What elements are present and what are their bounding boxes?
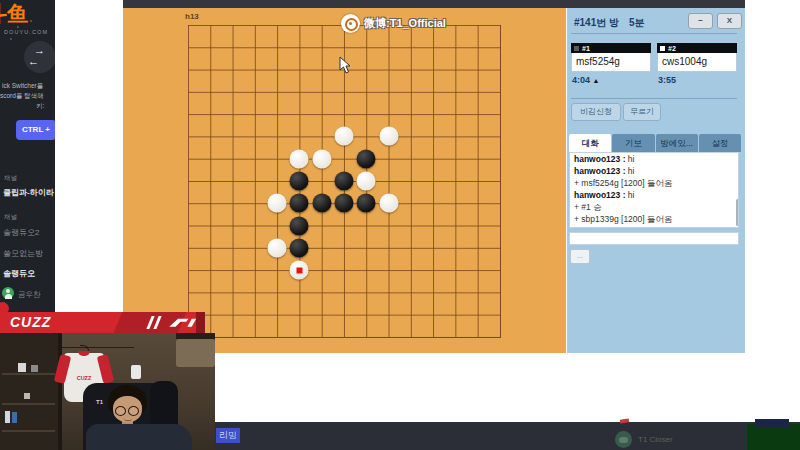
wall-thermostat — [131, 365, 141, 379]
white-stone — [357, 172, 376, 191]
divider — [571, 98, 737, 99]
watermark-text: 微博:T1_Official — [364, 16, 446, 31]
black-stone — [290, 172, 309, 191]
room-time-setting: 5분 — [629, 16, 645, 30]
white-stone — [335, 127, 354, 146]
white-stone — [379, 194, 398, 213]
black-stone — [290, 216, 309, 235]
black-stone — [335, 172, 354, 191]
tab-room-members[interactable]: 방에있... — [656, 134, 698, 152]
divider — [571, 33, 737, 34]
switcher-tip-line1: ick Switcher를 — [2, 82, 43, 91]
chat-scrollbar[interactable] — [736, 199, 739, 226]
webcam-feed: CUZZ T1 — [0, 333, 215, 450]
douyu-logo-subtext: DOUYU.COM — [4, 29, 48, 35]
decor-dot — [17, 26, 19, 28]
white-stone — [379, 127, 398, 146]
white-stone — [268, 194, 287, 213]
channel-section-label: 채널 — [4, 213, 17, 222]
t1-logo-icon — [168, 316, 198, 330]
channel-section-label: 채널 — [4, 174, 17, 183]
player2-clock: 3:55 — [658, 75, 676, 85]
white-stone — [312, 149, 331, 168]
switcher-tip-line2: scord를 탐색해 — [0, 92, 44, 101]
chair-logo: T1 — [96, 399, 103, 405]
taskbar: 리밍 T1 Closer — [215, 422, 800, 450]
white-stone — [290, 149, 309, 168]
more-button[interactable]: ... — [570, 249, 590, 264]
game-room-panel: #141번 방 5분 − X #1 msf5254g #2 cws1004g 4… — [567, 8, 745, 353]
black-stone — [357, 194, 376, 213]
channel-item[interactable]: 솔랭듀오 — [3, 268, 35, 279]
chat-system-message: + #1 승 — [570, 201, 738, 213]
decor-dot — [30, 20, 32, 22]
navy-window-fragment — [755, 419, 789, 428]
close-button[interactable]: X — [717, 13, 742, 29]
player2-header: #2 — [657, 43, 737, 53]
gomoku-board-area: h13 微博:T1_Official — [123, 8, 566, 353]
tab-game-record[interactable]: 기보 — [612, 134, 654, 152]
decor-dot — [10, 38, 12, 40]
player-nameplate-banner: CUZZ — [0, 312, 205, 333]
hanging-rail — [62, 347, 134, 348]
chat-system-message: + sbp1339g [1200] 들어옴 — [570, 213, 738, 225]
red-marker — [620, 418, 629, 423]
player2-card: #2 cws1004g — [657, 43, 737, 72]
member-name[interactable]: 곰우찬 — [18, 290, 41, 300]
turn-indicator-icon: ▲ — [593, 77, 600, 84]
white-stone — [268, 238, 287, 257]
channel-item[interactable]: 솔랭듀오2 — [3, 227, 39, 238]
lit-wall-patch — [176, 339, 215, 367]
tab-settings[interactable]: 설정 — [699, 134, 741, 152]
chat-system-message: + msf5254g [1200] 들어옴 — [570, 177, 738, 189]
player2-name-field[interactable]: cws1004g — [657, 53, 737, 72]
player1-header: #1 — [571, 43, 651, 53]
minimize-button[interactable]: − — [688, 13, 713, 29]
streamer-face — [113, 396, 142, 422]
draw-request-button[interactable]: 비김신청 — [571, 103, 621, 121]
top-strip — [123, 0, 745, 8]
black-stone — [357, 149, 376, 168]
black-stone — [290, 194, 309, 213]
black-stone — [290, 238, 309, 257]
shelf-wall — [0, 333, 58, 450]
player1-card: #1 msf5254g — [571, 43, 651, 72]
white-stone — [290, 261, 309, 280]
channel-item[interactable]: 클립과-하이라 — [3, 187, 54, 198]
player1-name-field[interactable]: msf5254g — [571, 53, 651, 72]
glasses-icon — [128, 406, 139, 416]
last-move-marker — [296, 267, 302, 273]
player1-clock: 4:04 ▲ — [572, 75, 599, 85]
board-corner-label: h13 — [185, 12, 199, 21]
player2-tag: #2 — [668, 45, 676, 52]
weibo-icon — [341, 14, 360, 33]
chat-log: hanwoo123 : hi hanwoo123 : hi + msf5254g… — [569, 152, 739, 228]
stream-watermark: 微博:T1_Official — [341, 12, 446, 34]
discord-icon[interactable] — [615, 431, 632, 448]
shortcut-key-button[interactable]: CTRL + — [16, 120, 55, 140]
screen: h13 微博:T1_Official #141번 방 5분 − X #1 msf… — [0, 0, 800, 450]
undo-button[interactable]: 무르기 — [623, 103, 661, 121]
streamer-body — [86, 424, 192, 450]
discord-status-text: T1 Closer — [638, 435, 673, 444]
door-frame — [58, 333, 62, 450]
channel-item[interactable]: 쓸모없는방 — [3, 248, 43, 259]
player-nameplate: CUZZ — [10, 314, 51, 330]
highlighted-text: 리밍 — [216, 428, 240, 443]
glasses-icon — [115, 406, 126, 416]
black-stone — [335, 194, 354, 213]
member-avatar — [2, 287, 14, 299]
white-stone-icon — [660, 46, 665, 51]
jersey-name: CUZZ — [64, 375, 104, 381]
mouse-cursor — [339, 56, 351, 74]
black-stone — [312, 194, 331, 213]
douyu-logo: 斗鱼 — [0, 0, 28, 28]
panel-tabs: 대화 기보 방에있... 설정 — [569, 134, 741, 152]
black-stone-icon — [574, 46, 579, 51]
quick-switcher-icon[interactable]: → ← — [24, 41, 55, 73]
room-title: #141번 방 — [574, 16, 619, 30]
player1-tag: #1 — [582, 45, 590, 52]
chat-message: hanwoo123 : hi — [570, 165, 738, 177]
chat-message: hanwoo123 : hi — [570, 189, 738, 201]
switcher-tip-line3: 키: — [36, 102, 44, 111]
tab-chat[interactable]: 대화 — [569, 134, 611, 152]
chat-message: hanwoo123 : hi — [570, 153, 738, 165]
chat-input[interactable] — [569, 232, 739, 245]
